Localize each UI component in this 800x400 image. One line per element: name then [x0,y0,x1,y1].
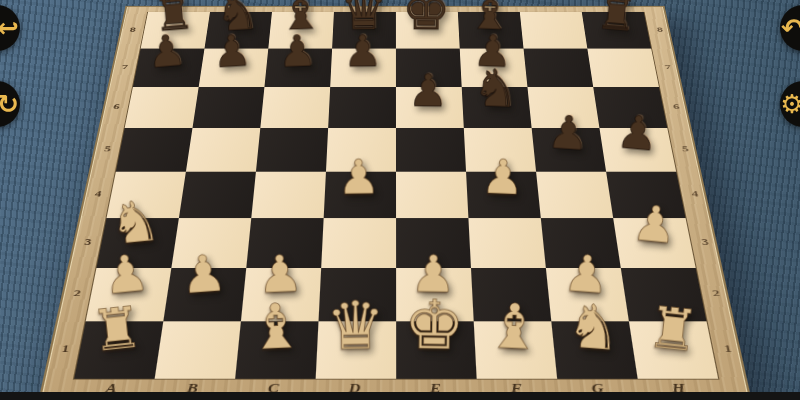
rank-label-right-3: 3 [697,236,714,247]
square-d6[interactable] [328,87,396,128]
rank-label-right-2: 2 [707,287,725,299]
piece-white-pawn-b2[interactable]: ♟ [179,249,228,303]
square-g7[interactable] [524,49,594,88]
piece-black-pawn-e6[interactable]: ♟ [408,68,449,113]
piece-black-pawn-d7[interactable]: ♟ [343,30,382,74]
square-f3[interactable] [468,218,545,268]
rank-label-right-4: 4 [687,189,703,200]
piece-black-pawn-g5[interactable]: ♟ [546,108,590,157]
square-g8[interactable] [520,12,588,48]
square-e5[interactable] [396,128,466,172]
piece-white-pawn-d4[interactable]: ♟ [338,153,381,201]
rank-label-left-7: 7 [118,63,133,72]
settings-gear-icon: ⚙ [780,91,800,117]
piece-black-pawn-c7[interactable]: ♟ [277,29,317,74]
rank-label-left-2: 2 [68,287,86,299]
square-b5[interactable] [186,128,260,172]
piece-black-pawn-h5[interactable]: ♟ [615,108,660,158]
undo-button[interactable]: ↩ [0,5,20,51]
piece-white-rook-h1[interactable]: ♜ [645,298,702,360]
rank-label-right-8: 8 [653,25,667,33]
square-b1[interactable] [155,321,241,378]
square-b6[interactable] [192,87,264,128]
rank-label-right-7: 7 [660,63,675,72]
piece-black-knight-f6[interactable]: ♞ [472,62,520,115]
redo-icon: ↶ [781,15,800,41]
square-e4[interactable] [396,172,468,219]
rank-label-left-1: 1 [56,342,75,355]
square-c5[interactable] [256,128,328,172]
rotate-board-icon: ↻ [0,91,19,117]
piece-black-pawn-b7[interactable]: ♟ [212,29,253,75]
rank-label-left-4: 4 [90,189,106,200]
piece-white-pawn-f4[interactable]: ♟ [480,153,525,202]
piece-black-king-e8[interactable]: ♚ [402,0,451,38]
rotate-board-button[interactable]: ↻ [0,81,20,127]
piece-white-queen-d1[interactable]: ♛ [325,292,385,359]
rank-label-left-3: 3 [79,236,96,247]
square-g4[interactable] [536,172,613,219]
rank-label-left-5: 5 [100,144,116,154]
square-c6[interactable] [260,87,330,128]
piece-white-king-e1[interactable]: ♚ [404,291,466,360]
rank-label-right-6: 6 [669,102,684,111]
redo-button[interactable]: ↶ [780,5,800,51]
bottom-bar [0,392,800,400]
square-b4[interactable] [179,172,256,219]
rank-label-left-8: 8 [126,25,140,33]
piece-white-pawn-h3[interactable]: ♟ [630,198,679,251]
square-d3[interactable] [321,218,396,268]
square-h7[interactable] [587,49,659,88]
square-c4[interactable] [251,172,326,219]
piece-white-knight-g1[interactable]: ♞ [565,295,624,360]
undo-icon: ↩ [0,15,19,41]
square-a6[interactable] [125,87,199,128]
rank-label-right-1: 1 [719,342,738,355]
chess-app-screen: 8877665544332211ABCDEFGH ♜♞♝♛♚♝♜♟♟♟♟♟♟♞♟… [0,0,800,400]
square-a5[interactable] [116,128,193,172]
piece-white-bishop-f1[interactable]: ♝ [485,295,544,360]
rank-label-right-5: 5 [677,144,693,154]
piece-white-rook-a1[interactable]: ♜ [88,298,145,360]
piece-white-bishop-c1[interactable]: ♝ [246,295,305,360]
settings-gear-button[interactable]: ⚙ [780,81,800,127]
rank-label-left-6: 6 [109,102,124,111]
piece-black-rook-h8[interactable]: ♜ [594,0,638,38]
piece-black-pawn-a7[interactable]: ♟ [146,29,188,75]
